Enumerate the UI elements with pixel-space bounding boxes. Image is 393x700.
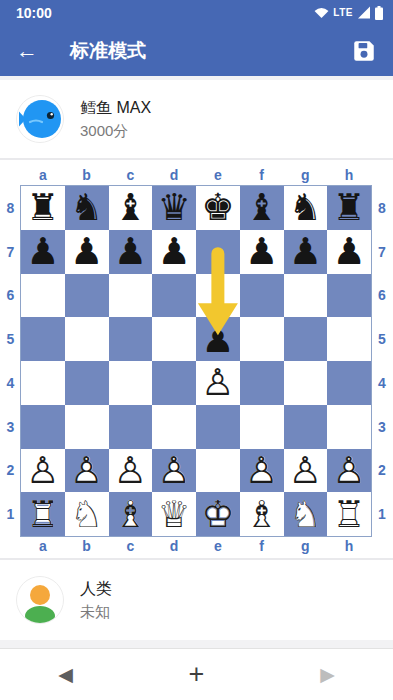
square-f2[interactable]: ♟♙ <box>240 449 284 493</box>
coord-label: c <box>109 167 153 183</box>
coord-label: 3 <box>371 405 393 449</box>
piece: ♜ <box>333 189 366 226</box>
coord-label: 1 <box>0 492 21 536</box>
square-d5[interactable] <box>152 317 196 361</box>
square-b5[interactable] <box>65 317 109 361</box>
engine-rating: 3000分 <box>80 122 151 141</box>
piece: ♝♗ <box>114 496 147 533</box>
human-avatar <box>16 576 64 624</box>
coord-label: b <box>65 538 109 554</box>
piece: ♝ <box>245 189 278 226</box>
square-h7[interactable]: ♟ <box>327 230 371 274</box>
file-labels-top: abcdefgh <box>21 160 371 186</box>
square-b2[interactable]: ♟♙ <box>65 449 109 493</box>
chess-board-section: abcdefgh 87654321 ♜♞♝♛♚♝♞♜♟♟♟♟♟♟♟♟♟♙♟♙♟♙… <box>0 160 393 558</box>
piece-outline: ♙ <box>158 449 191 492</box>
file-labels-bottom: abcdefgh <box>21 536 371 558</box>
piece: ♟ <box>245 233 278 270</box>
square-a4[interactable] <box>21 361 65 405</box>
square-f7[interactable]: ♟ <box>240 230 284 274</box>
square-d7[interactable]: ♟ <box>152 230 196 274</box>
piece: ♚ <box>201 189 234 226</box>
square-c5[interactable] <box>109 317 153 361</box>
coord-label: f <box>240 538 284 554</box>
piece-outline: ♙ <box>70 449 103 492</box>
coord-label: e <box>196 538 240 554</box>
piece: ♞♘ <box>289 496 322 533</box>
coord-label: 2 <box>0 449 21 493</box>
square-g6[interactable] <box>284 274 328 318</box>
prev-move-button[interactable]: ◀ <box>36 663 96 686</box>
signal-icon <box>357 6 371 19</box>
square-a6[interactable] <box>21 274 65 318</box>
square-g5[interactable] <box>284 317 328 361</box>
square-e6[interactable] <box>196 274 240 318</box>
square-c4[interactable] <box>109 361 153 405</box>
square-a8[interactable]: ♜ <box>21 186 65 230</box>
piece: ♟ <box>158 233 191 270</box>
square-e7[interactable] <box>196 230 240 274</box>
rank-labels-right: 87654321 <box>371 186 393 536</box>
piece-outline: ♔ <box>201 493 234 536</box>
coord-label: 1 <box>371 492 393 536</box>
square-d2[interactable]: ♟♙ <box>152 449 196 493</box>
piece: ♟♙ <box>289 452 322 489</box>
network-type-label: LTE <box>333 7 353 18</box>
square-h2[interactable]: ♟♙ <box>327 449 371 493</box>
piece: ♜ <box>26 189 59 226</box>
human-name: 人类 <box>80 579 112 600</box>
coord-label: a <box>21 538 65 554</box>
coord-label: 7 <box>371 230 393 274</box>
coord-label: 3 <box>0 405 21 449</box>
coord-label: d <box>152 538 196 554</box>
status-bar: 10:00 LTE <box>0 0 393 25</box>
square-f6[interactable] <box>240 274 284 318</box>
player-card-engine: 鳕鱼 MAX 3000分 <box>0 80 393 158</box>
coord-label: 5 <box>371 317 393 361</box>
square-b3[interactable] <box>65 405 109 449</box>
engine-fish-avatar <box>16 95 64 143</box>
coord-label: d <box>152 167 196 183</box>
square-d6[interactable] <box>152 274 196 318</box>
human-rating: 未知 <box>80 603 112 622</box>
square-f5[interactable] <box>240 317 284 361</box>
piece: ♟ <box>26 233 59 270</box>
piece: ♟♙ <box>70 452 103 489</box>
square-a7[interactable]: ♟ <box>21 230 65 274</box>
square-d3[interactable] <box>152 405 196 449</box>
square-e5[interactable]: ♟ <box>196 317 240 361</box>
square-c2[interactable]: ♟♙ <box>109 449 153 493</box>
piece-outline: ♗ <box>114 493 147 536</box>
coord-label: h <box>327 538 371 554</box>
coord-label: f <box>240 167 284 183</box>
save-icon[interactable] <box>351 38 377 64</box>
piece: ♟ <box>333 233 366 270</box>
square-h6[interactable] <box>327 274 371 318</box>
square-e1[interactable]: ♚♔ <box>196 492 240 536</box>
coord-label: c <box>109 538 153 554</box>
square-h3[interactable] <box>327 405 371 449</box>
square-h1[interactable]: ♜♖ <box>327 492 371 536</box>
square-a5[interactable] <box>21 317 65 361</box>
piece-outline: ♘ <box>70 493 103 536</box>
square-b7[interactable]: ♟ <box>65 230 109 274</box>
square-b1[interactable]: ♞♘ <box>65 492 109 536</box>
piece: ♜♖ <box>333 496 366 533</box>
square-a1[interactable]: ♜♖ <box>21 492 65 536</box>
square-h4[interactable] <box>327 361 371 405</box>
square-a3[interactable] <box>21 405 65 449</box>
page-title: 标准模式 <box>70 38 351 64</box>
bottom-nav: ◀ + ▶ <box>0 648 393 700</box>
square-f8[interactable]: ♝ <box>240 186 284 230</box>
piece: ♟ <box>289 233 322 270</box>
coord-label: 2 <box>371 449 393 493</box>
square-f4[interactable] <box>240 361 284 405</box>
piece: ♜♖ <box>26 496 59 533</box>
coord-label: g <box>284 538 328 554</box>
coord-label: 6 <box>371 274 393 318</box>
coord-label: 7 <box>0 230 21 274</box>
player-card-human: 人类 未知 <box>0 560 393 640</box>
coord-label: 4 <box>0 361 21 405</box>
coord-label: 8 <box>0 186 21 230</box>
square-g7[interactable]: ♟ <box>284 230 328 274</box>
piece: ♚♔ <box>201 496 234 533</box>
chess-board: ♜♞♝♛♚♝♞♜♟♟♟♟♟♟♟♟♟♙♟♙♟♙♟♙♟♙♟♙♟♙♟♙♜♖♞♘♝♗♛♕… <box>21 186 371 536</box>
square-c3[interactable] <box>109 405 153 449</box>
coord-label: b <box>65 167 109 183</box>
piece: ♛ <box>158 189 191 226</box>
square-e8[interactable]: ♚ <box>196 186 240 230</box>
piece-outline: ♙ <box>245 449 278 492</box>
square-g2[interactable]: ♟♙ <box>284 449 328 493</box>
add-button[interactable]: + <box>167 659 227 690</box>
piece-outline: ♕ <box>158 493 191 536</box>
square-d8[interactable]: ♛ <box>152 186 196 230</box>
square-f3[interactable] <box>240 405 284 449</box>
wifi-icon <box>314 6 329 19</box>
coord-label: 6 <box>0 274 21 318</box>
coord-label: g <box>284 167 328 183</box>
piece: ♟♙ <box>201 364 234 401</box>
square-e2[interactable] <box>196 449 240 493</box>
piece-outline: ♖ <box>333 493 366 536</box>
square-g4[interactable] <box>284 361 328 405</box>
piece: ♟♙ <box>158 452 191 489</box>
square-b8[interactable]: ♞ <box>65 186 109 230</box>
square-b6[interactable] <box>65 274 109 318</box>
piece-outline: ♗ <box>245 493 278 536</box>
coord-label: h <box>327 167 371 183</box>
piece: ♝ <box>114 189 147 226</box>
piece: ♟♙ <box>26 452 59 489</box>
rank-labels-left: 87654321 <box>0 186 21 536</box>
piece-outline: ♖ <box>26 493 59 536</box>
piece: ♝♗ <box>245 496 278 533</box>
square-a2[interactable]: ♟♙ <box>21 449 65 493</box>
gap <box>0 640 393 648</box>
next-move-button[interactable]: ▶ <box>298 663 358 686</box>
piece: ♟♙ <box>245 452 278 489</box>
coord-label: 8 <box>371 186 393 230</box>
piece-outline: ♙ <box>289 449 322 492</box>
piece: ♞ <box>70 189 103 226</box>
square-d1[interactable]: ♛♕ <box>152 492 196 536</box>
piece-outline: ♙ <box>201 361 234 404</box>
piece: ♟ <box>70 233 103 270</box>
coord-label: e <box>196 167 240 183</box>
square-d4[interactable] <box>152 361 196 405</box>
square-f1[interactable]: ♝♗ <box>240 492 284 536</box>
square-b4[interactable] <box>65 361 109 405</box>
square-e3[interactable] <box>196 405 240 449</box>
coord-label: a <box>21 167 65 183</box>
coord-label: 5 <box>0 317 21 361</box>
piece: ♟♙ <box>114 452 147 489</box>
back-arrow-icon[interactable]: ← <box>16 40 56 62</box>
square-c7[interactable]: ♟ <box>109 230 153 274</box>
clock: 10:00 <box>16 5 52 21</box>
square-g8[interactable]: ♞ <box>284 186 328 230</box>
piece-outline: ♘ <box>289 493 322 536</box>
battery-icon <box>375 6 383 20</box>
piece: ♟ <box>201 321 234 358</box>
square-e4[interactable]: ♟♙ <box>196 361 240 405</box>
piece: ♞♘ <box>70 496 103 533</box>
square-c8[interactable]: ♝ <box>109 186 153 230</box>
piece-outline: ♙ <box>114 449 147 492</box>
square-c6[interactable] <box>109 274 153 318</box>
piece: ♞ <box>289 189 322 226</box>
square-g1[interactable]: ♞♘ <box>284 492 328 536</box>
piece: ♟♙ <box>333 452 366 489</box>
square-h8[interactable]: ♜ <box>327 186 371 230</box>
piece: ♛♕ <box>158 496 191 533</box>
piece: ♟ <box>114 233 147 270</box>
piece-outline: ♙ <box>26 449 59 492</box>
app-bar: ← 标准模式 <box>0 25 393 76</box>
square-g3[interactable] <box>284 405 328 449</box>
coord-label: 4 <box>371 361 393 405</box>
square-h5[interactable] <box>327 317 371 361</box>
engine-name: 鳕鱼 MAX <box>80 98 151 119</box>
piece-outline: ♙ <box>333 449 366 492</box>
square-c1[interactable]: ♝♗ <box>109 492 153 536</box>
